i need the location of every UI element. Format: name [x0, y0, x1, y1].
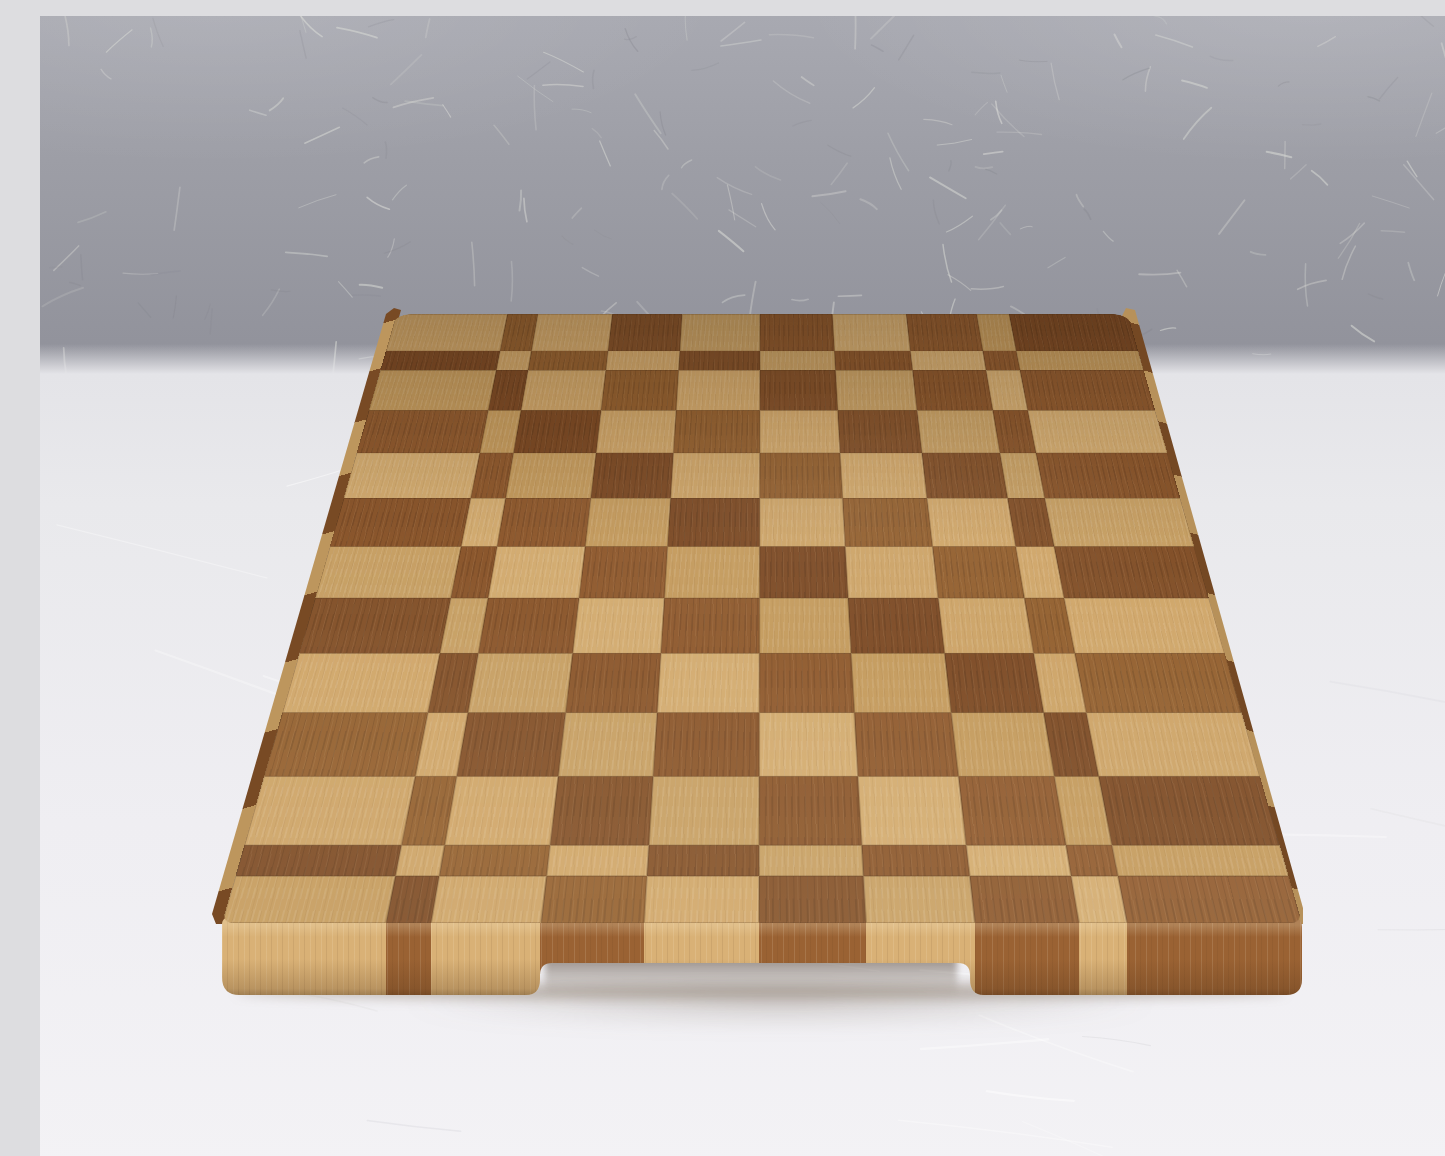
board-cell: [299, 598, 450, 653]
board-cell: [1064, 598, 1224, 653]
board-cell: [1099, 776, 1280, 845]
board-cell: [572, 598, 664, 653]
board-cell: [222, 876, 395, 923]
board-cell: [671, 453, 760, 498]
board-cell: [644, 876, 759, 923]
board-cell: [506, 453, 596, 498]
board-cell: [264, 713, 428, 777]
board-cell: [235, 845, 401, 876]
board-cell: [759, 598, 851, 653]
board-cell: [1036, 453, 1180, 498]
board-cell: [835, 370, 917, 410]
board-cell: [966, 845, 1072, 876]
board-cell: [842, 498, 932, 546]
board-cell: [596, 410, 676, 453]
board-cell: [664, 546, 759, 598]
board-cell: [579, 546, 668, 598]
board-cell: [532, 314, 612, 351]
board-cell: [832, 314, 910, 351]
board-cell: [1075, 653, 1242, 712]
board-cell: [674, 410, 760, 453]
board-cell: [395, 845, 445, 876]
board-cell: [653, 713, 759, 777]
board-cell: [647, 845, 759, 876]
board-cell: [910, 351, 986, 370]
board-cell: [917, 410, 1000, 453]
photo-scene: Overhead-angle photo of a handmade end-g…: [40, 16, 1445, 1156]
board-cell: [608, 314, 682, 351]
board-cell: [357, 410, 488, 453]
board-cell: [550, 776, 654, 845]
board-cell: [951, 713, 1055, 777]
board-cell: [1066, 845, 1118, 876]
board-cell: [468, 653, 572, 712]
board-cell: [282, 653, 439, 712]
board-cell: [1087, 713, 1260, 777]
board-cell: [759, 453, 842, 498]
board-cell: [958, 776, 1066, 845]
board-cell: [759, 546, 847, 598]
board-cell: [668, 498, 760, 546]
board-cell: [605, 351, 679, 370]
board-cell: [759, 845, 863, 876]
board-cell: [661, 598, 759, 653]
board-cell: [848, 598, 945, 653]
board-cell: [590, 453, 673, 498]
board-cell: [932, 546, 1025, 598]
board-cell: [1045, 498, 1194, 546]
board-cell: [837, 410, 921, 453]
board-cell: [760, 351, 836, 370]
board-top-face: [222, 314, 1302, 923]
board-cell: [1028, 410, 1167, 453]
board-cell: [922, 453, 1008, 498]
board-cell: [488, 546, 584, 598]
board-cell: [369, 370, 496, 410]
board-cell: [380, 351, 499, 370]
board-cell: [969, 876, 1079, 923]
board-cell: [330, 498, 471, 546]
board-cell: [440, 845, 550, 876]
board-cell: [1009, 314, 1138, 351]
board-cell: [680, 314, 760, 351]
board-top-face-wrapper: [222, 308, 1302, 921]
board-cell: [983, 351, 1020, 370]
board-cell: [760, 370, 838, 410]
board-cell: [514, 410, 601, 453]
board-cell: [657, 653, 759, 712]
board-cell: [834, 351, 912, 370]
board-cell: [759, 713, 858, 777]
board-cell: [558, 713, 658, 777]
board-cell: [840, 453, 927, 498]
board-cell: [863, 876, 975, 923]
board-cell: [386, 314, 507, 351]
board-cell: [944, 653, 1044, 712]
board-cell: [541, 876, 648, 923]
board-cell: [497, 498, 590, 546]
board-cell: [431, 876, 546, 923]
board-cell: [457, 713, 565, 777]
board-cell: [601, 370, 679, 410]
board-cell: [906, 314, 983, 351]
board-cell: [479, 598, 579, 653]
board-cell: [759, 498, 845, 546]
board-cell: [851, 653, 951, 712]
board-cell: [1020, 370, 1155, 410]
board-cell: [912, 370, 993, 410]
board-cell: [565, 653, 661, 712]
board-cell: [344, 453, 480, 498]
board-cell: [445, 776, 558, 845]
board-cell: [546, 845, 649, 876]
checkerboard-grid: [222, 314, 1302, 923]
board-cell: [760, 410, 840, 453]
board-cell: [1118, 876, 1302, 923]
board-cell: [845, 546, 938, 598]
board-cell: [315, 546, 461, 598]
board-cell: [858, 776, 966, 845]
board-cell: [679, 351, 760, 370]
board-cell: [676, 370, 759, 410]
board-cell: [649, 776, 759, 845]
board-cell: [759, 653, 854, 712]
board-cell: [1054, 546, 1208, 598]
board-cell: [927, 498, 1016, 546]
board-cell: [521, 370, 605, 410]
board-cell: [854, 713, 958, 777]
board-cell: [244, 776, 415, 845]
board-cell: [759, 876, 866, 923]
board-cell: [1017, 351, 1144, 370]
board-cell: [496, 351, 532, 370]
board-cell: [1112, 845, 1288, 876]
board-cell: [938, 598, 1034, 653]
board-cell: [760, 314, 834, 351]
board-cell: [585, 498, 671, 546]
board-cell: [759, 776, 862, 845]
board-cell: [861, 845, 969, 876]
board-cell: [528, 351, 607, 370]
